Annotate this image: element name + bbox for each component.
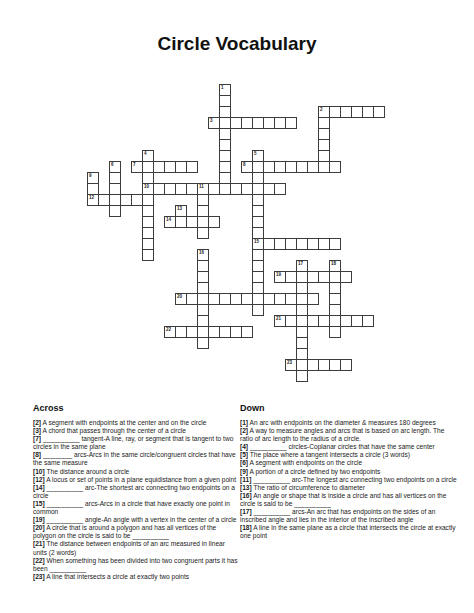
clue-number: [9] <box>240 468 248 475</box>
clue-down-9: [9] A portion of a circle defined by two… <box>240 468 458 476</box>
cell-number: 14 <box>166 217 171 222</box>
cell-number: 22 <box>166 327 171 332</box>
cell-number: 18 <box>331 261 336 266</box>
clue-down-1: [1] An arc with endpoints on the diamete… <box>240 419 458 427</box>
clue-down-18: [18] A line in the same plane as a circl… <box>240 524 458 540</box>
grid-cell-r3c27[interactable] <box>373 106 385 118</box>
clue-down-5: [5] The place where a tangent intersects… <box>240 451 458 459</box>
clue-number: [21] <box>33 540 45 547</box>
grid-cell-r15c23[interactable] <box>329 238 341 250</box>
clue-across-20: [20] A circle that is around a polygon a… <box>33 524 240 540</box>
clue-number: [19] <box>33 516 45 523</box>
clue-across-2: [2] A segment with endpoints at the cent… <box>33 419 240 427</box>
cell-number: 21 <box>276 316 281 321</box>
grid-cell-r16c6[interactable] <box>142 249 154 261</box>
clue-down-13: [13] The ratio of circumference to diame… <box>240 484 458 492</box>
clue-down-2: [2] A way to measure angles and arcs tha… <box>240 427 458 443</box>
down-clue-list: [1] An arc with endpoints on the diamete… <box>240 419 458 540</box>
clue-across-15: [15] __________ arcs-Arcs in a circle th… <box>33 500 240 516</box>
cell-number: 10 <box>144 184 149 189</box>
grid-cell-r8c10[interactable] <box>186 161 198 173</box>
clue-across-3: [3] A chord that passes through the cent… <box>33 427 240 435</box>
grid-cell-r4c19[interactable] <box>285 117 297 129</box>
grid-cell-r21c16[interactable] <box>252 304 264 316</box>
clue-across-7: [7] __________ tangent-A line, ray, or s… <box>33 435 240 451</box>
clue-number: [11] <box>240 476 251 483</box>
cell-number: 3 <box>210 118 213 123</box>
crossword-grid: 1234567891011121314151617181920212223 <box>87 84 385 382</box>
cell-number: 2 <box>320 107 323 112</box>
cell-number: 20 <box>177 294 182 299</box>
grid-cell-r18c24[interactable] <box>340 271 352 283</box>
clue-number: [2] <box>240 427 248 434</box>
clue-number: [23] <box>33 573 45 580</box>
cell-number: 17 <box>298 261 303 266</box>
cell-number: 6 <box>111 162 114 167</box>
clue-number: [6] <box>240 459 248 466</box>
across-header: Across <box>33 403 240 413</box>
clue-number: [1] <box>240 419 248 426</box>
cell-number: 15 <box>254 239 259 244</box>
grid-cell-r14c11[interactable] <box>197 227 209 239</box>
clue-number: [12] <box>33 476 45 483</box>
across-clue-list: [2] A segment with endpoints at the cent… <box>33 419 240 581</box>
cell-number: 12 <box>89 195 94 200</box>
clue-across-22: [22] When something has been divided int… <box>33 557 240 573</box>
cell-number: 7 <box>133 162 136 167</box>
grid-cell-r23c23[interactable] <box>329 326 341 338</box>
clue-across-19: [19] __________ angle-An angle with a ve… <box>33 516 240 524</box>
clue-number: [2] <box>33 419 41 426</box>
clue-number: [5] <box>240 451 248 458</box>
clue-down-17: [17] __________ arcs-An arc that has end… <box>240 508 458 524</box>
down-header: Down <box>240 403 458 413</box>
cell-number: 13 <box>177 206 182 211</box>
clue-down-4: [4] __________ circles-Coplanar circles … <box>240 443 458 451</box>
cell-number: 23 <box>287 360 292 365</box>
grid-cell-r20c21[interactable] <box>307 293 319 305</box>
clue-number: [15] <box>33 500 45 507</box>
grid-cell-r27c20[interactable] <box>296 370 308 382</box>
cell-number: 1 <box>221 85 224 90</box>
clue-number: [20] <box>33 524 45 531</box>
grid-cell-r12c3[interactable] <box>109 205 121 217</box>
clue-number: [18] <box>240 524 252 531</box>
clue-number: [16] <box>240 492 252 499</box>
clue-number: [13] <box>240 484 252 491</box>
cell-number: 19 <box>276 272 281 277</box>
clue-down-6: [6] A segment with endpoints on the circ… <box>240 459 458 467</box>
grid-cell-r8c23[interactable] <box>329 161 341 173</box>
clue-number: [7] <box>33 435 41 442</box>
cell-number: 4 <box>144 151 147 156</box>
clue-across-8: [8] ________ arcs-Arcs in the same circl… <box>33 451 240 467</box>
grid-cell-r23c15[interactable] <box>241 326 253 338</box>
grid-cell-r24c11[interactable] <box>197 337 209 349</box>
clue-across-10: [10] The distance around a circle <box>33 468 240 476</box>
grid-cell-r22c26[interactable] <box>362 315 374 327</box>
clue-across-14: [14] __________ arc-The shortest arc con… <box>33 484 240 500</box>
worksheet-page: Circle Vocabulary 1234567891011121314151… <box>0 0 474 613</box>
across-clues-section: Across [2] A segment with endpoints at t… <box>33 403 240 581</box>
clue-number: [4] <box>240 443 248 450</box>
grid-cell-r10c18[interactable] <box>274 183 286 195</box>
cell-number: 16 <box>199 250 204 255</box>
clue-number: [3] <box>33 427 41 434</box>
clue-across-23: [23] A line that intersects a circle at … <box>33 573 240 581</box>
grid-cell-r13c12[interactable] <box>208 216 220 228</box>
cell-number: 9 <box>89 173 92 178</box>
clue-across-12: [12] A locus or set of points in a plane… <box>33 476 240 484</box>
cell-number: 11 <box>199 184 204 189</box>
clue-number: [10] <box>33 468 45 475</box>
down-clues-section: Down [1] An arc with endpoints on the di… <box>240 403 458 540</box>
grid-cell-r26c24[interactable] <box>340 359 352 371</box>
cell-number: 8 <box>243 162 246 167</box>
clue-number: [14] <box>33 484 45 491</box>
cell-number: 5 <box>254 151 257 156</box>
clue-number: [8] <box>33 451 41 458</box>
page-title: Circle Vocabulary <box>0 33 474 55</box>
clue-across-21: [21] The distance between endpoints of a… <box>33 540 240 556</box>
clue-number: [22] <box>33 557 45 564</box>
clue-down-16: [16] An angle or shape that is inside a … <box>240 492 458 508</box>
clue-number: [17] <box>240 508 252 515</box>
clue-down-11: [11] __________ arc-The longest arc conn… <box>240 476 458 484</box>
